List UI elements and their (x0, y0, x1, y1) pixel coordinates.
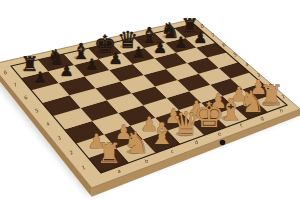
piece-black-pawn-g7[interactable]: ♟ (174, 33, 188, 52)
piece-white-knight-b1[interactable]: ♞ (123, 125, 150, 160)
chessboard: abcdefgh1122334455667788♜♞♟♝♟♛♟♚♟♝♟♞♟♜♟♟… (0, 0, 300, 200)
piece-white-queen-d1[interactable]: ♛ (172, 105, 201, 143)
clasp (220, 140, 226, 146)
piece-black-pawn-h7[interactable]: ♟ (193, 28, 207, 47)
piece-black-pawn-c7[interactable]: ♟ (85, 55, 99, 74)
piece-white-bishop-c1[interactable]: ♝ (148, 116, 175, 151)
chess-set-photo: abcdefgh1122334455667788♜♞♟♝♟♛♟♚♟♝♟♞♟♜♟♟… (0, 0, 300, 200)
piece-black-pawn-a7[interactable]: ♟ (33, 68, 47, 87)
piece-black-pawn-b7[interactable]: ♟ (60, 61, 74, 80)
piece-black-pawn-e7[interactable]: ♟ (131, 43, 145, 62)
piece-black-pawn-d7[interactable]: ♟ (109, 49, 123, 68)
piece-black-pawn-f7[interactable]: ♟ (153, 38, 167, 57)
piece-white-rook-a1[interactable]: ♜ (96, 137, 121, 170)
